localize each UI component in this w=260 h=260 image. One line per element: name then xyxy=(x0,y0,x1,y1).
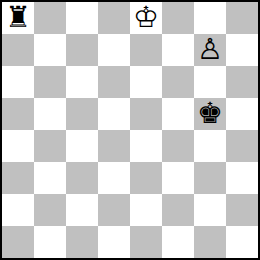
square-g7[interactable]: ♙ xyxy=(194,34,226,66)
square-d1[interactable] xyxy=(98,226,130,258)
square-g3[interactable] xyxy=(194,162,226,194)
chess-board: ♜♔♙♚ xyxy=(0,0,260,260)
square-d6[interactable] xyxy=(98,66,130,98)
square-e1[interactable] xyxy=(130,226,162,258)
square-f3[interactable] xyxy=(162,162,194,194)
square-h5[interactable] xyxy=(226,98,258,130)
square-g2[interactable] xyxy=(194,194,226,226)
square-a1[interactable] xyxy=(2,226,34,258)
square-f1[interactable] xyxy=(162,226,194,258)
square-b4[interactable] xyxy=(34,130,66,162)
square-h8[interactable] xyxy=(226,2,258,34)
square-a7[interactable] xyxy=(2,34,34,66)
square-a8[interactable]: ♜ xyxy=(2,2,34,34)
square-c3[interactable] xyxy=(66,162,98,194)
square-h7[interactable] xyxy=(226,34,258,66)
square-c8[interactable] xyxy=(66,2,98,34)
black-rook-piece[interactable]: ♜ xyxy=(5,2,31,33)
black-king-piece[interactable]: ♚ xyxy=(197,98,223,129)
square-e6[interactable] xyxy=(130,66,162,98)
square-h4[interactable] xyxy=(226,130,258,162)
square-h6[interactable] xyxy=(226,66,258,98)
square-f2[interactable] xyxy=(162,194,194,226)
square-f5[interactable] xyxy=(162,98,194,130)
square-b7[interactable] xyxy=(34,34,66,66)
square-h2[interactable] xyxy=(226,194,258,226)
square-c7[interactable] xyxy=(66,34,98,66)
square-b1[interactable] xyxy=(34,226,66,258)
square-g4[interactable] xyxy=(194,130,226,162)
square-a5[interactable] xyxy=(2,98,34,130)
square-d4[interactable] xyxy=(98,130,130,162)
chess-diagram: ♜♔♙♚ xyxy=(0,0,260,260)
square-a6[interactable] xyxy=(2,66,34,98)
square-f7[interactable] xyxy=(162,34,194,66)
square-e3[interactable] xyxy=(130,162,162,194)
square-a2[interactable] xyxy=(2,194,34,226)
square-e7[interactable] xyxy=(130,34,162,66)
white-king-piece[interactable]: ♔ xyxy=(133,2,159,33)
square-c1[interactable] xyxy=(66,226,98,258)
square-d7[interactable] xyxy=(98,34,130,66)
square-c2[interactable] xyxy=(66,194,98,226)
square-e2[interactable] xyxy=(130,194,162,226)
square-f6[interactable] xyxy=(162,66,194,98)
square-h1[interactable] xyxy=(226,226,258,258)
square-b2[interactable] xyxy=(34,194,66,226)
square-g8[interactable] xyxy=(194,2,226,34)
square-g5[interactable]: ♚ xyxy=(194,98,226,130)
square-b8[interactable] xyxy=(34,2,66,34)
square-h3[interactable] xyxy=(226,162,258,194)
square-c4[interactable] xyxy=(66,130,98,162)
square-e4[interactable] xyxy=(130,130,162,162)
square-f8[interactable] xyxy=(162,2,194,34)
square-c5[interactable] xyxy=(66,98,98,130)
square-d2[interactable] xyxy=(98,194,130,226)
square-g6[interactable] xyxy=(194,66,226,98)
square-d3[interactable] xyxy=(98,162,130,194)
square-d8[interactable] xyxy=(98,2,130,34)
square-e8[interactable]: ♔ xyxy=(130,2,162,34)
square-c6[interactable] xyxy=(66,66,98,98)
square-a3[interactable] xyxy=(2,162,34,194)
square-b3[interactable] xyxy=(34,162,66,194)
square-e5[interactable] xyxy=(130,98,162,130)
square-a4[interactable] xyxy=(2,130,34,162)
square-d5[interactable] xyxy=(98,98,130,130)
square-g1[interactable] xyxy=(194,226,226,258)
square-b6[interactable] xyxy=(34,66,66,98)
square-b5[interactable] xyxy=(34,98,66,130)
square-f4[interactable] xyxy=(162,130,194,162)
white-pawn-piece[interactable]: ♙ xyxy=(197,34,223,65)
